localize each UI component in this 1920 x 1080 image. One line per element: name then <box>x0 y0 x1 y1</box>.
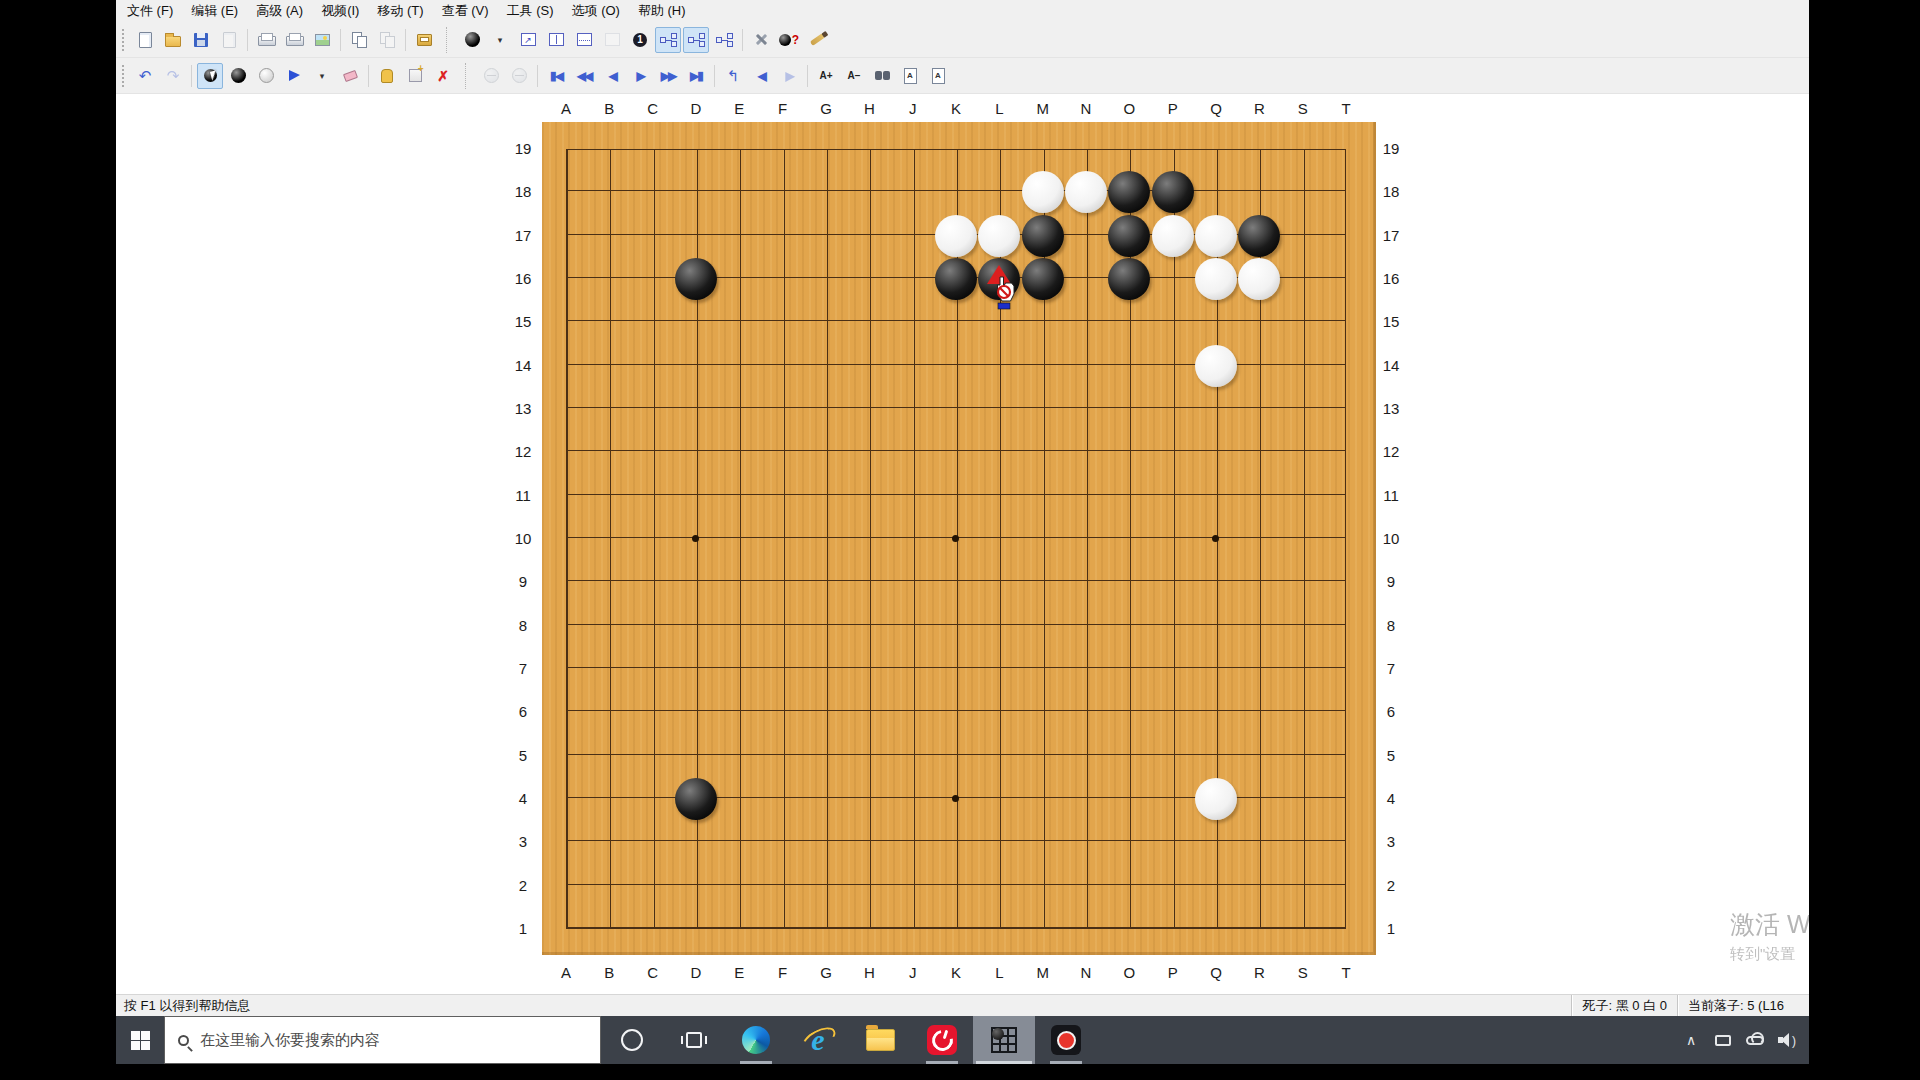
white-stone-Q14 <box>1195 345 1237 387</box>
column-label-bottom-R: R <box>1246 964 1272 981</box>
show-move-numbers-icon: 1 <box>633 33 647 47</box>
up-variation-button[interactable]: ↰ <box>720 63 746 89</box>
delete-node-button[interactable]: ✗ <box>430 63 456 89</box>
row-label-left-17: 17 <box>503 227 543 244</box>
row-label-right-5: 5 <box>1371 747 1411 764</box>
split-vertical-button[interactable] <box>543 27 569 53</box>
find-comment-button[interactable]: A <box>925 63 951 89</box>
toolbar-separator <box>446 27 450 53</box>
column-label-top-S: S <box>1290 100 1316 117</box>
system-tray: ∧) <box>1679 1016 1809 1064</box>
black-stone-O17 <box>1108 215 1150 257</box>
black-stone-K16 <box>935 258 977 300</box>
menu-move[interactable]: 移动 (T) <box>368 0 432 22</box>
column-label-top-L: L <box>986 100 1012 117</box>
menu-view[interactable]: 查看 (V) <box>433 0 498 22</box>
internet-explorer-icon: e <box>803 1025 833 1055</box>
column-label-top-C: C <box>640 100 666 117</box>
column-label-bottom-S: S <box>1290 964 1316 981</box>
column-label-bottom-E: E <box>726 964 752 981</box>
row-label-right-1: 1 <box>1371 920 1411 937</box>
row-label-left-3: 3 <box>503 833 543 850</box>
print-icon <box>258 33 274 47</box>
black-to-move-indicator-icon <box>465 32 480 47</box>
toolbar-separator <box>537 65 538 87</box>
row-label-right-7: 7 <box>1371 660 1411 677</box>
print-button[interactable] <box>253 27 279 53</box>
column-label-top-D: D <box>683 100 709 117</box>
column-label-bottom-B: B <box>596 964 622 981</box>
row-label-left-5: 5 <box>503 747 543 764</box>
column-label-bottom-C: C <box>640 964 666 981</box>
go-app-window: 文件 (F)编辑 (E)高级 (A)视频(I)移动 (T)查看 (V)工具 (S… <box>116 0 1809 1016</box>
go-to-start-button[interactable]: ▮◀ <box>543 63 569 89</box>
column-label-top-Q: Q <box>1203 100 1229 117</box>
column-label-top-B: B <box>596 100 622 117</box>
rotate-board-icon <box>484 68 499 83</box>
row-label-left-11: 11 <box>503 487 543 504</box>
column-label-bottom-H: H <box>856 964 882 981</box>
marker-flag-button[interactable] <box>281 63 307 89</box>
delete-node-icon: ✗ <box>437 69 449 83</box>
white-stone-K17 <box>935 215 977 257</box>
enlarge-board-icon: A+ <box>819 70 832 81</box>
split-horizontal-button[interactable] <box>571 27 597 53</box>
go-to-end-button[interactable]: ▶▮ <box>683 63 709 89</box>
menu-options[interactable]: 选项 (O) <box>563 0 629 22</box>
shrink-board-icon: A− <box>847 70 860 81</box>
go-app-icon <box>991 1027 1017 1053</box>
flip-board-icon <box>512 68 527 83</box>
split-horizontal-icon <box>577 33 592 46</box>
forward-1-move-button[interactable]: ▶ <box>627 63 653 89</box>
column-label-top-K: K <box>943 100 969 117</box>
black-stone-M17 <box>1022 215 1064 257</box>
row-label-left-6: 6 <box>503 703 543 720</box>
toolbar-separator <box>405 29 406 51</box>
add-black-stone-icon <box>231 68 246 83</box>
column-label-bottom-G: G <box>813 964 839 981</box>
taskbar-app-icons: e <box>601 1016 1097 1064</box>
black-stone-D4 <box>675 778 717 820</box>
setup-position-button[interactable] <box>402 63 428 89</box>
paste-icon <box>380 32 395 48</box>
white-stone-Q4 <box>1195 778 1237 820</box>
running-indicator <box>976 1061 1032 1064</box>
tools-wrench-button[interactable] <box>748 27 774 53</box>
column-label-bottom-O: O <box>1116 964 1142 981</box>
screen-recorder[interactable] <box>1035 1016 1097 1064</box>
board-window-button[interactable]: ↗ <box>515 27 541 53</box>
row-label-left-2: 2 <box>503 877 543 894</box>
up-variation-icon: ↰ <box>727 68 740 83</box>
tree-layout-bottom-button[interactable] <box>683 27 709 53</box>
row-label-right-2: 2 <box>1371 877 1411 894</box>
board-area: AABBCCDDEEFFGGHHJJKKLLMMNNOOPPQQRRSSTT19… <box>116 94 1809 994</box>
shrink-board-button[interactable]: A− <box>841 63 867 89</box>
row-label-left-1: 1 <box>503 920 543 937</box>
back-1-move-icon: ◀ <box>608 70 615 82</box>
tree-layout-right-button[interactable] <box>655 27 681 53</box>
board-window-icon: ↗ <box>521 33 536 46</box>
tree-layout-full-button[interactable] <box>711 27 737 53</box>
column-label-top-M: M <box>1030 100 1056 117</box>
add-white-stone-button[interactable] <box>253 63 279 89</box>
column-label-bottom-M: M <box>1030 964 1056 981</box>
tree-layout-bottom-icon <box>688 33 705 47</box>
next-variation-icon: ▶ <box>785 70 792 82</box>
find-pattern-icon <box>875 71 890 80</box>
column-label-bottom-Q: Q <box>1203 964 1229 981</box>
white-stone-Q17 <box>1195 215 1237 257</box>
black-stone-M16 <box>1022 258 1064 300</box>
copy-icon <box>352 32 367 48</box>
column-label-top-N: N <box>1073 100 1099 117</box>
row-label-left-12: 12 <box>503 443 543 460</box>
windows-logo-icon <box>131 1031 150 1050</box>
column-label-bottom-P: P <box>1160 964 1186 981</box>
cortana-button-icon <box>621 1029 643 1051</box>
taskbar-search-box[interactable]: 在这里输入你要搜索的内容 <box>164 1016 601 1064</box>
row-label-left-4: 4 <box>503 790 543 807</box>
guess-move-icon: ? <box>779 33 799 47</box>
netease-music[interactable] <box>911 1016 973 1064</box>
play-mode-icon <box>204 69 217 82</box>
row-label-right-15: 15 <box>1371 313 1411 330</box>
row-label-left-18: 18 <box>503 183 543 200</box>
status-captures: 死子: 黑 0 白 0 <box>1571 995 1677 1016</box>
go-board[interactable] <box>542 122 1376 955</box>
forward-10-moves-icon: ▶▶ <box>661 70 675 82</box>
edge-browser[interactable] <box>725 1016 787 1064</box>
row-label-left-13: 13 <box>503 400 543 417</box>
windows-taskbar: 在这里输入你要搜索的内容 e ∧) <box>116 1016 1809 1064</box>
undo-icon: ↶ <box>139 68 152 83</box>
internet-explorer[interactable]: e <box>787 1016 849 1064</box>
find-comment-icon: A <box>932 68 945 84</box>
row-label-left-19: 19 <box>503 140 543 157</box>
row-label-left-14: 14 <box>503 357 543 374</box>
print-preview-icon <box>286 33 302 47</box>
find-game-icon: A <box>904 68 917 84</box>
erase-tool-icon <box>344 72 357 80</box>
next-variation-button[interactable]: ▶ <box>776 63 802 89</box>
white-stone-M18 <box>1022 171 1064 213</box>
column-label-bottom-T: T <box>1333 964 1359 981</box>
column-label-bottom-K: K <box>943 964 969 981</box>
marker-dropdown-icon: ▾ <box>320 71 325 81</box>
toolbar-navigation: ↶↷▾✗▮◀◀◀◀▶▶▶▶▮↰◀▶A+A−AA <box>116 58 1809 94</box>
white-stone-Q16 <box>1195 258 1237 300</box>
row-label-left-16: 16 <box>503 270 543 287</box>
white-stone-P17 <box>1152 215 1194 257</box>
marker-flag-icon <box>289 70 300 81</box>
black-stone-D16 <box>675 258 717 300</box>
column-label-bottom-L: L <box>986 964 1012 981</box>
add-white-stone-icon <box>259 68 274 83</box>
toolbar-separator <box>465 63 469 89</box>
tools-wrench-icon <box>754 32 769 47</box>
column-label-bottom-A: A <box>553 964 579 981</box>
export-image-button[interactable] <box>309 27 335 53</box>
open-file-icon <box>165 33 181 47</box>
row-label-left-9: 9 <box>503 573 543 590</box>
row-label-right-6: 6 <box>1371 703 1411 720</box>
tree-layout-full-icon <box>716 33 733 47</box>
status-current-move: 当前落子: 5 (L16 <box>1677 995 1809 1016</box>
redo-icon: ↷ <box>167 68 180 83</box>
show-move-numbers-button[interactable]: 1 <box>627 27 653 53</box>
find-game-button[interactable]: A <box>897 63 923 89</box>
setup-position-icon <box>409 69 422 82</box>
copy-button[interactable] <box>346 27 372 53</box>
save-copy-icon <box>223 32 236 48</box>
previous-variation-icon: ◀ <box>757 70 764 82</box>
white-stone-N18 <box>1065 171 1107 213</box>
toolbar-separator <box>807 65 808 87</box>
row-label-right-11: 11 <box>1371 487 1411 504</box>
black-stone-R17 <box>1238 215 1280 257</box>
menu-help[interactable]: 帮助 (H) <box>629 0 695 22</box>
column-label-top-T: T <box>1333 100 1359 117</box>
netease-music-icon <box>927 1025 957 1055</box>
save-copy-button[interactable] <box>216 27 242 53</box>
row-label-right-10: 10 <box>1371 530 1411 547</box>
board-style-brush-button[interactable] <box>804 27 830 53</box>
game-information-icon <box>417 34 432 46</box>
row-label-right-13: 13 <box>1371 400 1411 417</box>
row-label-right-4: 4 <box>1371 790 1411 807</box>
black-to-move-indicator-button[interactable] <box>459 27 485 53</box>
export-image-icon <box>315 34 330 46</box>
menu-bar: 文件 (F)编辑 (E)高级 (A)视频(I)移动 (T)查看 (V)工具 (S… <box>116 0 1809 22</box>
toolbar-grip[interactable] <box>121 28 126 52</box>
onedrive-icon[interactable] <box>1743 1036 1767 1045</box>
search-placeholder: 在这里输入你要搜索的内容 <box>200 1031 380 1050</box>
previous-variation-button[interactable]: ◀ <box>748 63 774 89</box>
back-1-move-button[interactable]: ◀ <box>599 63 625 89</box>
toolbar-separator <box>368 65 369 87</box>
running-indicator <box>740 1061 772 1064</box>
toolbar-separator <box>191 65 192 87</box>
game-information-button[interactable] <box>411 27 437 53</box>
running-indicator <box>926 1061 958 1064</box>
add-black-stone-button[interactable] <box>225 63 251 89</box>
status-help-text: 按 F1 以得到帮助信息 <box>116 997 1571 1015</box>
black-stone-P18 <box>1152 171 1194 213</box>
black-stone-O16 <box>1108 258 1150 300</box>
column-label-top-G: G <box>813 100 839 117</box>
marker-dropdown-button[interactable]: ▾ <box>309 63 335 89</box>
board-only-button[interactable] <box>599 27 625 53</box>
row-label-right-8: 8 <box>1371 617 1411 634</box>
column-label-top-H: H <box>856 100 882 117</box>
find-pattern-button[interactable] <box>869 63 895 89</box>
split-vertical-icon <box>549 33 564 46</box>
task-view-button-icon <box>686 1032 702 1048</box>
toolbar-separator <box>247 29 248 51</box>
menu-advanced[interactable]: 高级 (A) <box>247 0 312 22</box>
menu-video[interactable]: 视频(I) <box>312 0 368 22</box>
menu-edit[interactable]: 编辑 (E) <box>182 0 247 22</box>
start-button[interactable] <box>116 1016 164 1064</box>
erase-tool-button[interactable] <box>337 63 363 89</box>
stone-dropdown-button[interactable]: ▾ <box>487 27 513 53</box>
column-label-top-R: R <box>1246 100 1272 117</box>
toolbar-separator <box>714 65 715 87</box>
column-label-bottom-N: N <box>1073 964 1099 981</box>
touch-keyboard-icon[interactable] <box>1711 1035 1735 1046</box>
row-label-right-17: 17 <box>1371 227 1411 244</box>
rotate-board-button[interactable] <box>478 63 504 89</box>
tree-layout-right-icon <box>660 33 677 47</box>
board-style-brush-icon <box>810 37 825 42</box>
go-to-end-icon: ▶▮ <box>690 70 702 82</box>
menu-file[interactable]: 文件 (F) <box>118 0 182 22</box>
enlarge-board-button[interactable]: A+ <box>813 63 839 89</box>
file-explorer[interactable] <box>849 1016 911 1064</box>
search-icon <box>178 1035 189 1046</box>
cortana-button[interactable] <box>601 1016 663 1064</box>
edge-browser-icon <box>742 1026 770 1054</box>
board-only-icon <box>605 33 620 46</box>
forward-1-move-icon: ▶ <box>636 70 643 82</box>
white-stone-L17 <box>978 215 1020 257</box>
row-label-right-19: 19 <box>1371 140 1411 157</box>
row-label-right-9: 9 <box>1371 573 1411 590</box>
play-mode-button[interactable] <box>197 63 223 89</box>
new-file-button[interactable] <box>132 27 158 53</box>
guess-move-button[interactable]: ? <box>776 27 802 53</box>
pass-move-button[interactable] <box>374 63 400 89</box>
toolbar-separator <box>340 29 341 51</box>
pass-move-icon <box>381 69 393 83</box>
back-10-moves-button[interactable]: ◀◀ <box>571 63 597 89</box>
status-bar: 按 F1 以得到帮助信息 死子: 黑 0 白 0 当前落子: 5 (L16 <box>116 994 1809 1016</box>
row-label-left-10: 10 <box>503 530 543 547</box>
open-file-button[interactable] <box>160 27 186 53</box>
go-app[interactable] <box>973 1016 1035 1064</box>
file-explorer-icon <box>866 1029 895 1051</box>
screen-recorder-icon <box>1051 1025 1081 1055</box>
hidden-icons-chevron[interactable]: ∧ <box>1679 1032 1703 1048</box>
stone-dropdown-icon: ▾ <box>498 35 503 45</box>
column-label-top-A: A <box>553 100 579 117</box>
white-stone-R16 <box>1238 258 1280 300</box>
column-label-top-J: J <box>900 100 926 117</box>
save-file-button[interactable] <box>188 27 214 53</box>
row-label-right-16: 16 <box>1371 270 1411 287</box>
running-indicator <box>1050 1061 1082 1064</box>
mouse-cursor-hand <box>990 275 1018 311</box>
row-label-right-14: 14 <box>1371 357 1411 374</box>
forward-10-moves-button[interactable]: ▶▶ <box>655 63 681 89</box>
column-label-top-E: E <box>726 100 752 117</box>
go-to-start-icon: ▮◀ <box>550 70 562 82</box>
undo-button[interactable]: ↶ <box>132 63 158 89</box>
toolbar-separator <box>742 29 743 51</box>
toolbar-main: ▾↗1? <box>116 22 1809 58</box>
column-label-top-F: F <box>770 100 796 117</box>
row-label-right-18: 18 <box>1371 183 1411 200</box>
paste-button[interactable] <box>374 27 400 53</box>
redo-button[interactable]: ↷ <box>160 63 186 89</box>
row-label-left-7: 7 <box>503 660 543 677</box>
column-label-bottom-F: F <box>770 964 796 981</box>
row-label-left-8: 8 <box>503 617 543 634</box>
toolbar-grip[interactable] <box>121 64 126 88</box>
back-10-moves-icon: ◀◀ <box>577 70 591 82</box>
column-label-top-P: P <box>1160 100 1186 117</box>
new-file-icon <box>139 32 152 48</box>
flip-board-button[interactable] <box>506 63 532 89</box>
task-view-button[interactable] <box>663 1016 725 1064</box>
column-label-top-O: O <box>1116 100 1142 117</box>
menu-tools[interactable]: 工具 (S) <box>498 0 563 22</box>
screen: 文件 (F)编辑 (E)高级 (A)视频(I)移动 (T)查看 (V)工具 (S… <box>0 0 1920 1080</box>
print-preview-button[interactable] <box>281 27 307 53</box>
column-label-bottom-D: D <box>683 964 709 981</box>
save-file-icon <box>194 33 208 47</box>
row-label-left-15: 15 <box>503 313 543 330</box>
row-label-right-12: 12 <box>1371 443 1411 460</box>
column-label-bottom-J: J <box>900 964 926 981</box>
volume-icon[interactable]: ) <box>1775 1032 1799 1048</box>
row-label-right-3: 3 <box>1371 833 1411 850</box>
